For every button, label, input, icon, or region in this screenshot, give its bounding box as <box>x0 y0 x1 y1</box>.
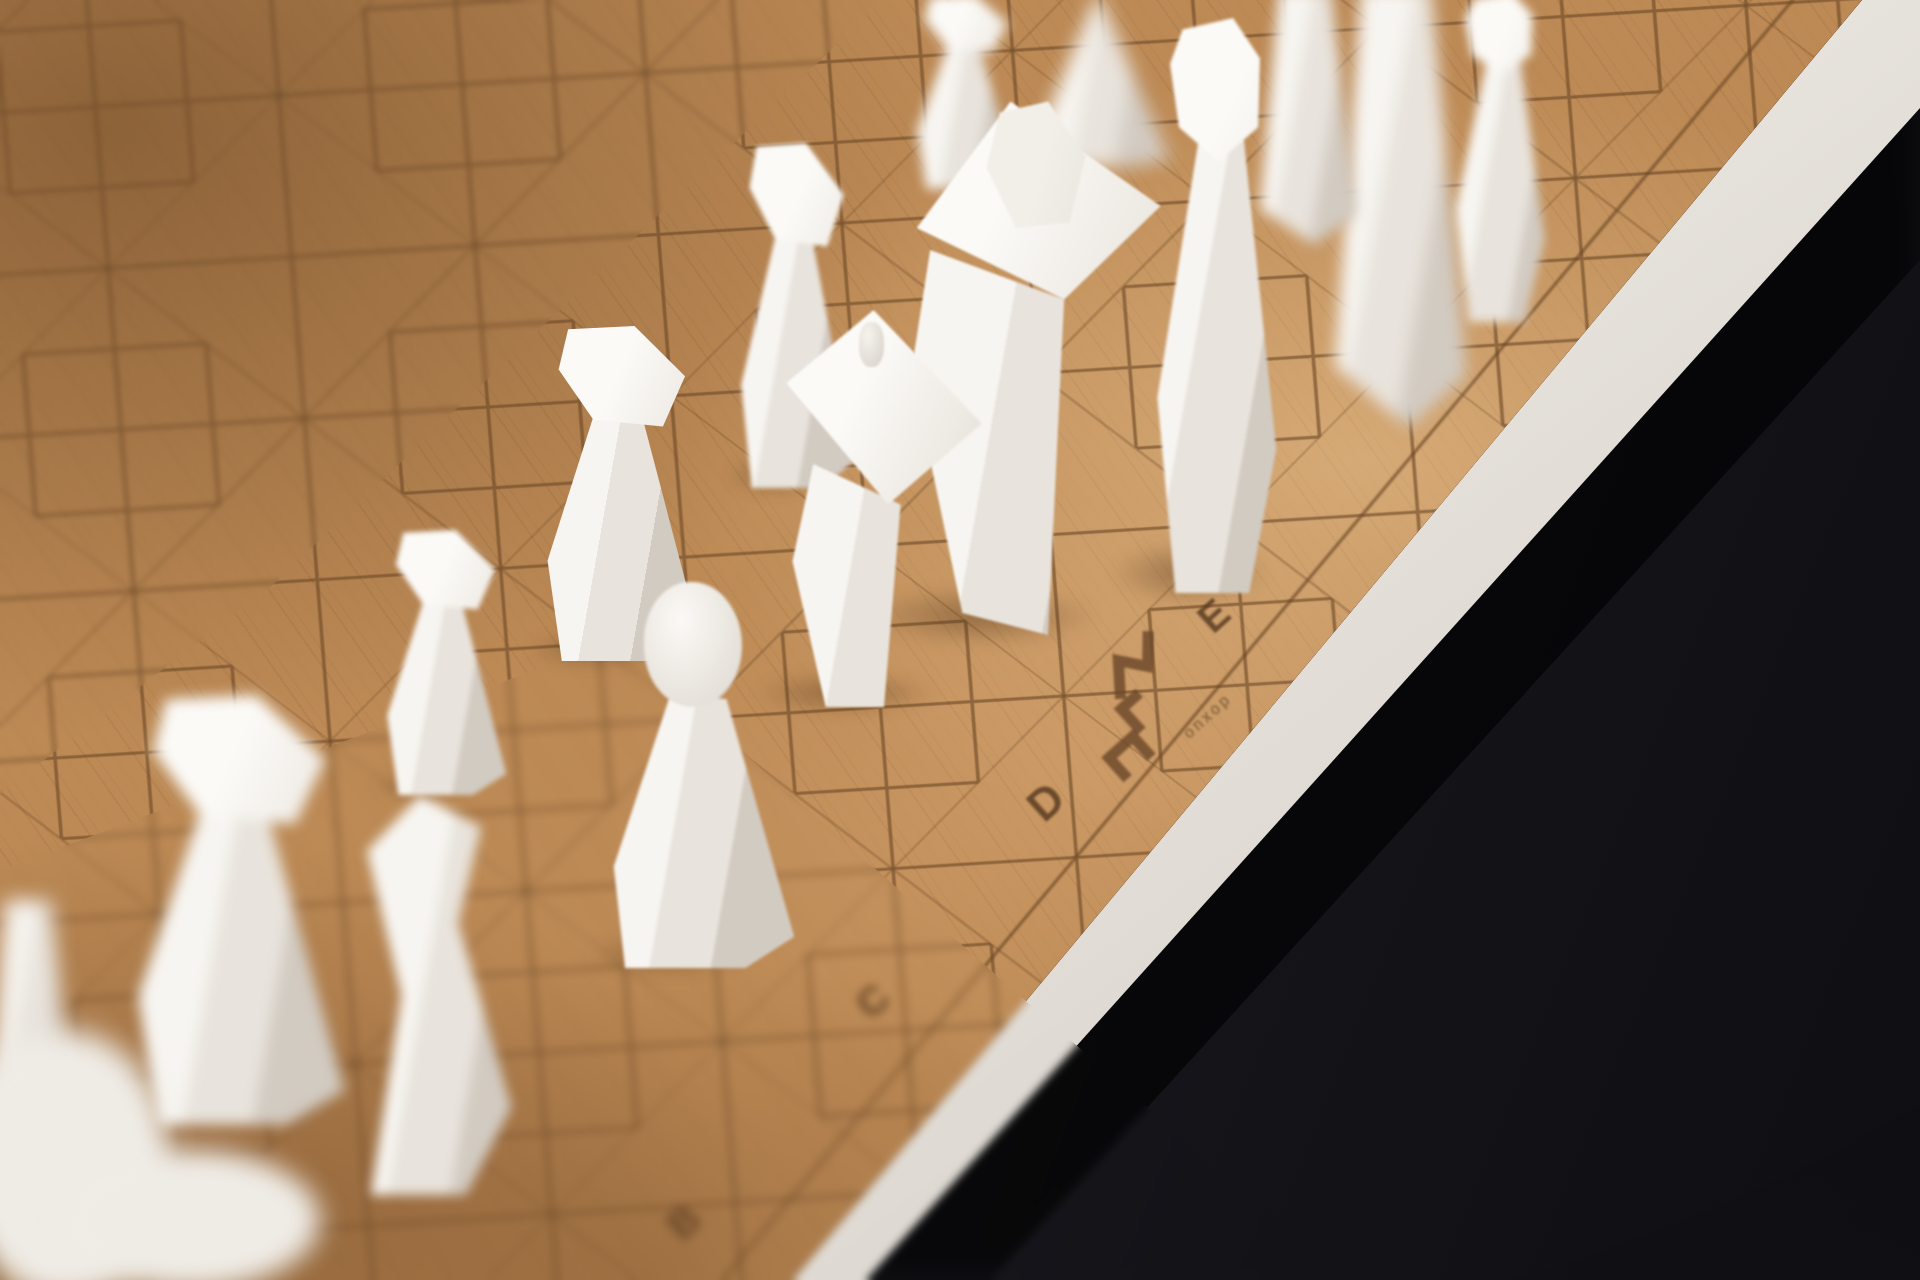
white-pawn-piece <box>610 578 798 968</box>
piece-facet <box>859 322 884 367</box>
white-knight-piece <box>348 795 538 1195</box>
pieces-layer <box>0 0 1920 1280</box>
white-pawn-piece <box>386 530 510 795</box>
piece-facet <box>644 582 742 707</box>
white-rook-piece <box>780 302 988 707</box>
piece-facet <box>60 1150 320 1280</box>
piece-facet <box>348 795 538 1195</box>
white-pawn-piece <box>60 1150 320 1280</box>
chessboard-photo: B C D E onxop <box>0 0 1920 1280</box>
white-queen-piece <box>1438 0 1573 322</box>
